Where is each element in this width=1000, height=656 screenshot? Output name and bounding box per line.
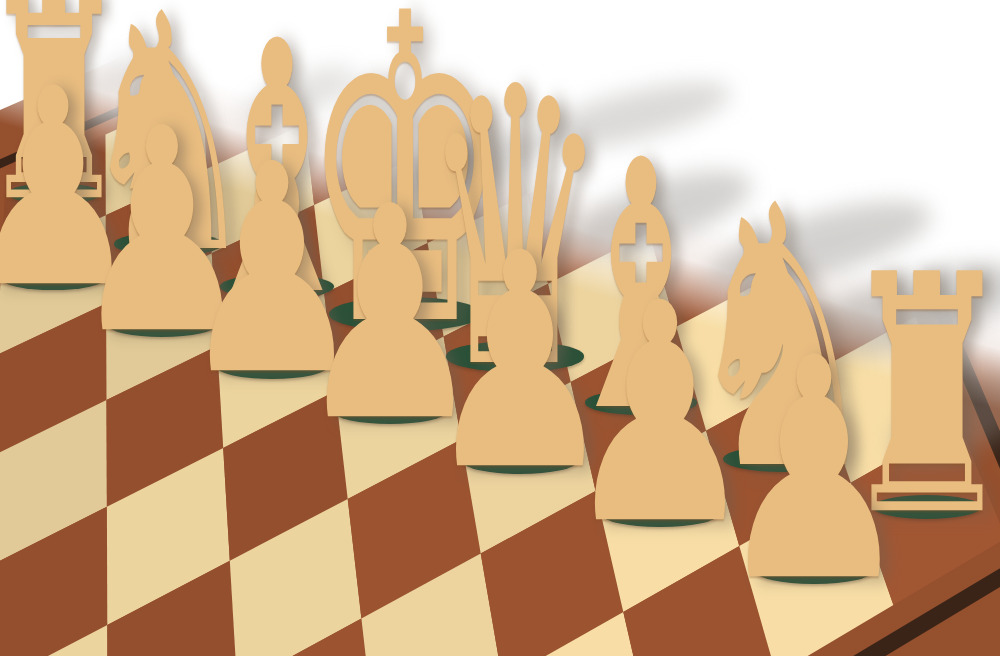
chess-pieces-layer: ♜♞♟♝♚♟♛♟♝♟♞♟♜♟♟ — [0, 0, 1000, 656]
chess-product-photo-scene: ♜♞♟♝♚♟♛♟♝♟♞♟♜♟♟ — [0, 0, 1000, 656]
white-pawn-g8[interactable]: ♟ — [716, 318, 913, 623]
